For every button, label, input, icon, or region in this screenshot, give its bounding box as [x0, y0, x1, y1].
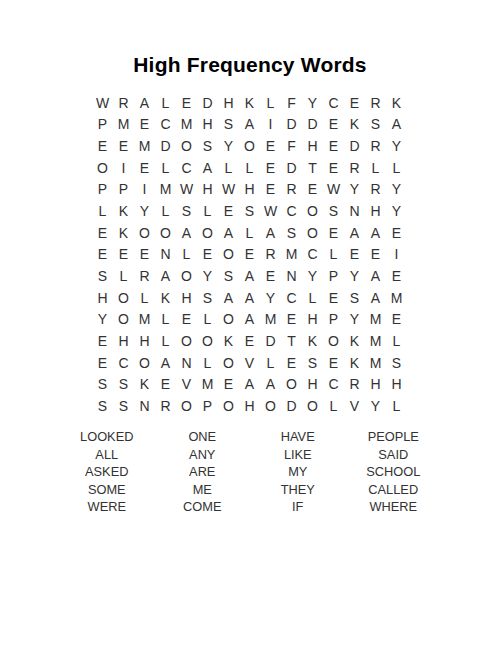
grid-cell: O [134, 352, 155, 374]
grid-cell: Y [344, 265, 365, 287]
grid-cell: E [260, 135, 281, 157]
grid-cell: R [344, 157, 365, 179]
grid-cell: A [239, 265, 260, 287]
grid-cell: E [155, 373, 176, 395]
word-item: ME [155, 481, 251, 499]
grid-cell: E [218, 373, 239, 395]
grid-cell: K [344, 330, 365, 352]
grid-cell: W [218, 179, 239, 201]
grid-cell: E [239, 243, 260, 265]
grid-cell: A [365, 265, 386, 287]
grid-cell: V [239, 352, 260, 374]
grid-cell: S [365, 114, 386, 136]
grid-cell: A [239, 114, 260, 136]
grid-cell: D [197, 92, 218, 114]
grid-cell: E [365, 243, 386, 265]
grid-cell: O [239, 135, 260, 157]
grid-cell: O [176, 395, 197, 417]
grid-cell: L [239, 157, 260, 179]
grid-cell: T [302, 157, 323, 179]
grid-cell: I [134, 179, 155, 201]
grid-cell: M [134, 135, 155, 157]
grid-cell: M [176, 114, 197, 136]
grid-cell: R [365, 179, 386, 201]
grid-cell: S [92, 395, 113, 417]
grid-cell: K [218, 330, 239, 352]
word-item: ASKED [59, 463, 155, 481]
grid-cell: M [134, 308, 155, 330]
grid-cell: L [155, 157, 176, 179]
grid-cell: R [365, 135, 386, 157]
grid-cell: H [302, 373, 323, 395]
grid-cell: H [302, 308, 323, 330]
grid-cell: I [113, 157, 134, 179]
letter-grid: WRALEDHKLFYCERKPMECMHSAIDDEKSAEEMDOSYOEF… [92, 92, 407, 417]
word-item: HAVE [250, 428, 346, 446]
grid-cell: K [113, 200, 134, 222]
grid-cell: E [386, 222, 407, 244]
grid-cell: L [197, 308, 218, 330]
grid-cell: O [197, 222, 218, 244]
grid-cell: L [386, 395, 407, 417]
word-item: PEOPLE [346, 428, 442, 446]
grid-cell: S [239, 200, 260, 222]
grid-cell: E [92, 243, 113, 265]
grid-cell: D [344, 135, 365, 157]
grid-cell: D [155, 135, 176, 157]
grid-cell: A [155, 352, 176, 374]
grid-cell: H [302, 135, 323, 157]
grid-cell: S [323, 200, 344, 222]
word-item: ANY [155, 446, 251, 464]
grid-cell: O [323, 330, 344, 352]
grid-cell: O [302, 395, 323, 417]
grid-cell: E [386, 265, 407, 287]
grid-cell: O [176, 135, 197, 157]
grid-cell: S [197, 135, 218, 157]
grid-cell: P [92, 114, 113, 136]
grid-cell: R [113, 92, 134, 114]
grid-cell: A [365, 287, 386, 309]
grid-cell: M [365, 308, 386, 330]
grid-cell: H [239, 395, 260, 417]
grid-cell: A [239, 287, 260, 309]
grid-cell: L [113, 265, 134, 287]
word-item: MY [250, 463, 346, 481]
grid-cell: C [302, 243, 323, 265]
grid-cell: O [281, 373, 302, 395]
grid-cell: H [365, 373, 386, 395]
grid-cell: S [113, 373, 134, 395]
grid-cell: E [260, 179, 281, 201]
grid-cell: P [92, 179, 113, 201]
grid-cell: P [323, 265, 344, 287]
grid-cell: M [365, 352, 386, 374]
grid-cell: M [197, 373, 218, 395]
grid-cell: O [134, 222, 155, 244]
grid-cell: Y [344, 179, 365, 201]
grid-cell: L [365, 157, 386, 179]
grid-cell: L [155, 330, 176, 352]
grid-cell: A [344, 222, 365, 244]
grid-cell: O [176, 330, 197, 352]
word-item: SCHOOL [346, 463, 442, 481]
grid-cell: L [92, 200, 113, 222]
grid-cell: C [281, 287, 302, 309]
grid-cell: S [386, 352, 407, 374]
grid-cell: K [113, 222, 134, 244]
grid-cell: H [176, 287, 197, 309]
grid-cell: D [281, 114, 302, 136]
grid-cell: N [281, 265, 302, 287]
grid-cell: O [218, 352, 239, 374]
grid-cell: E [323, 114, 344, 136]
grid-cell: D [281, 157, 302, 179]
grid-cell: H [218, 92, 239, 114]
grid-cell: E [323, 287, 344, 309]
grid-cell: O [218, 395, 239, 417]
grid-cell: P [197, 395, 218, 417]
grid-cell: R [281, 179, 302, 201]
grid-cell: R [155, 395, 176, 417]
grid-cell: C [323, 373, 344, 395]
grid-cell: H [365, 200, 386, 222]
word-item: WHERE [346, 498, 442, 516]
grid-cell: E [344, 243, 365, 265]
grid-cell: M [365, 330, 386, 352]
grid-cell: S [302, 352, 323, 374]
grid-cell: L [239, 222, 260, 244]
grid-cell: E [323, 135, 344, 157]
grid-cell: O [92, 157, 113, 179]
grid-cell: L [218, 157, 239, 179]
word-item: SOME [59, 481, 155, 499]
grid-cell: C [323, 92, 344, 114]
grid-cell: E [260, 265, 281, 287]
word-item: SAID [346, 446, 442, 464]
grid-cell: E [92, 135, 113, 157]
grid-cell: H [92, 287, 113, 309]
grid-cell: K [344, 114, 365, 136]
grid-cell: R [260, 243, 281, 265]
grid-cell: S [176, 200, 197, 222]
grid-cell: W [176, 179, 197, 201]
grid-cell: F [281, 92, 302, 114]
grid-cell: E [302, 179, 323, 201]
grid-cell: Y [344, 308, 365, 330]
grid-cell: L [197, 352, 218, 374]
grid-cell: A [239, 308, 260, 330]
grid-cell: Y [134, 200, 155, 222]
grid-cell: E [281, 308, 302, 330]
grid-cell: O [260, 395, 281, 417]
grid-cell: E [218, 200, 239, 222]
grid-cell: Y [365, 395, 386, 417]
grid-cell: S [281, 222, 302, 244]
worksheet-page: High Frequency Words WRALEDHKLFYCERKPMEC… [0, 0, 500, 647]
word-item: IF [250, 498, 346, 516]
grid-cell: L [302, 287, 323, 309]
grid-cell: T [281, 330, 302, 352]
grid-cell: E [239, 330, 260, 352]
grid-cell: Y [260, 287, 281, 309]
word-item: ALL [59, 446, 155, 464]
grid-cell: E [344, 92, 365, 114]
grid-cell: O [113, 308, 134, 330]
grid-cell: E [323, 222, 344, 244]
grid-cell: D [281, 395, 302, 417]
grid-cell: D [302, 114, 323, 136]
grid-cell: L [155, 92, 176, 114]
grid-cell: Y [92, 308, 113, 330]
grid-cell: H [197, 114, 218, 136]
grid-cell: M [113, 114, 134, 136]
grid-cell: L [323, 395, 344, 417]
grid-cell: A [155, 265, 176, 287]
grid-cell: E [113, 135, 134, 157]
grid-cell: Y [386, 135, 407, 157]
grid-cell: E [92, 222, 113, 244]
grid-cell: C [281, 200, 302, 222]
grid-cell: R [365, 92, 386, 114]
grid-cell: V [344, 395, 365, 417]
grid-cell: A [218, 287, 239, 309]
grid-cell: O [302, 200, 323, 222]
word-list: LOOKEDALLASKEDSOMEWEREONEANYAREMECOMEHAV… [59, 428, 441, 516]
word-item: ONE [155, 428, 251, 446]
grid-cell: K [386, 92, 407, 114]
grid-cell: Y [386, 179, 407, 201]
grid-cell: E [134, 157, 155, 179]
grid-cell: E [134, 114, 155, 136]
grid-cell: E [92, 352, 113, 374]
grid-cell: L [386, 330, 407, 352]
grid-cell: W [92, 92, 113, 114]
grid-cell: M [281, 243, 302, 265]
grid-cell: K [344, 352, 365, 374]
grid-cell: K [155, 287, 176, 309]
grid-cell: E [92, 330, 113, 352]
grid-cell: C [155, 114, 176, 136]
grid-cell: E [176, 92, 197, 114]
grid-cell: S [218, 114, 239, 136]
word-list-column: LOOKEDALLASKEDSOMEWERE [59, 428, 155, 516]
grid-cell: L [260, 92, 281, 114]
grid-cell: Y [302, 92, 323, 114]
grid-cell: E [113, 243, 134, 265]
grid-cell: I [386, 243, 407, 265]
grid-cell: E [386, 308, 407, 330]
grid-cell: Y [197, 265, 218, 287]
grid-cell: I [260, 114, 281, 136]
grid-cell: A [218, 222, 239, 244]
grid-cell: O [218, 243, 239, 265]
grid-cell: D [260, 330, 281, 352]
word-list-column: HAVELIKEMYTHEYIF [250, 428, 346, 516]
grid-cell: A [197, 157, 218, 179]
grid-cell: A [176, 222, 197, 244]
puzzle-title: High Frequency Words [0, 53, 500, 77]
grid-cell: W [260, 200, 281, 222]
word-item: LIKE [250, 446, 346, 464]
grid-cell: Y [302, 265, 323, 287]
grid-cell: S [218, 265, 239, 287]
grid-cell: L [260, 352, 281, 374]
grid-cell: R [134, 265, 155, 287]
grid-cell: L [155, 308, 176, 330]
grid-cell: P [323, 308, 344, 330]
word-item: ARE [155, 463, 251, 481]
grid-cell: E [176, 308, 197, 330]
grid-cell: H [134, 330, 155, 352]
grid-cell: N [344, 200, 365, 222]
grid-cell: A [386, 114, 407, 136]
grid-cell: S [113, 395, 134, 417]
grid-cell: C [176, 157, 197, 179]
word-item: LOOKED [59, 428, 155, 446]
grid-cell: O [302, 222, 323, 244]
grid-cell: K [302, 330, 323, 352]
grid-cell: L [386, 157, 407, 179]
grid-cell: E [281, 352, 302, 374]
grid-cell: E [134, 243, 155, 265]
grid-cell: V [176, 373, 197, 395]
grid-cell: O [176, 265, 197, 287]
grid-cell: O [113, 287, 134, 309]
grid-cell: A [260, 222, 281, 244]
grid-cell: H [386, 373, 407, 395]
grid-cell: A [260, 373, 281, 395]
grid-cell: N [134, 395, 155, 417]
grid-cell: M [155, 179, 176, 201]
grid-cell: O [155, 222, 176, 244]
grid-cell: A [365, 222, 386, 244]
grid-cell: F [281, 135, 302, 157]
grid-cell: O [218, 308, 239, 330]
grid-cell: A [239, 373, 260, 395]
word-list-column: ONEANYAREMECOME [155, 428, 251, 516]
grid-cell: Y [218, 135, 239, 157]
grid-cell: E [260, 157, 281, 179]
grid-cell: N [176, 352, 197, 374]
grid-cell: A [134, 92, 155, 114]
grid-cell: N [155, 243, 176, 265]
grid-cell: L [323, 243, 344, 265]
grid-cell: O [197, 330, 218, 352]
word-item: COME [155, 498, 251, 516]
grid-cell: L [155, 200, 176, 222]
grid-cell: R [344, 373, 365, 395]
grid-cell: H [239, 179, 260, 201]
grid-cell: S [197, 287, 218, 309]
word-item: THEY [250, 481, 346, 499]
grid-cell: S [92, 373, 113, 395]
grid-cell: M [386, 287, 407, 309]
grid-cell: S [344, 287, 365, 309]
grid-cell: E [323, 157, 344, 179]
grid-cell: M [260, 308, 281, 330]
grid-cell: P [113, 179, 134, 201]
grid-cell: E [323, 352, 344, 374]
grid-cell: H [113, 330, 134, 352]
grid-cell: H [197, 179, 218, 201]
grid-cell: Y [386, 200, 407, 222]
grid-cell: W [323, 179, 344, 201]
grid-cell: K [134, 373, 155, 395]
word-item: CALLED [346, 481, 442, 499]
grid-cell: L [197, 200, 218, 222]
word-item: WERE [59, 498, 155, 516]
word-list-column: PEOPLESAIDSCHOOLCALLEDWHERE [346, 428, 442, 516]
grid-cell: L [134, 287, 155, 309]
grid-cell: C [113, 352, 134, 374]
grid-cell: S [92, 265, 113, 287]
grid-cell: L [176, 243, 197, 265]
grid-cell: K [239, 92, 260, 114]
grid-cell: E [197, 243, 218, 265]
